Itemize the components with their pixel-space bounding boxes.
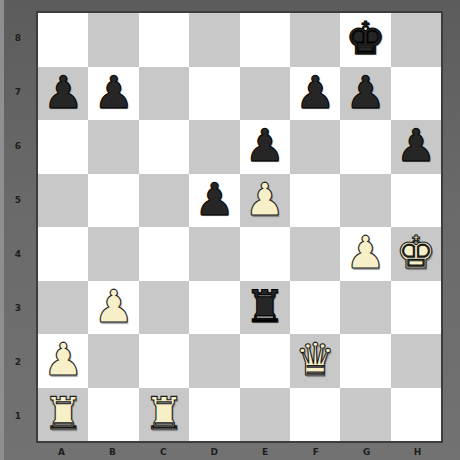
white-pawn[interactable]: ♟	[245, 177, 285, 222]
square-b5[interactable]	[88, 174, 138, 228]
square-e4[interactable]	[240, 227, 290, 281]
square-c1[interactable]: ♜	[139, 388, 189, 442]
square-b6[interactable]	[88, 120, 138, 174]
black-pawn[interactable]: ♟	[245, 123, 285, 168]
square-h2[interactable]	[391, 334, 441, 388]
square-d1[interactable]	[189, 388, 239, 442]
square-c3[interactable]	[139, 281, 189, 335]
black-rook[interactable]: ♜	[245, 284, 285, 329]
square-h3[interactable]	[391, 281, 441, 335]
square-a7[interactable]: ♟	[38, 67, 88, 121]
square-b2[interactable]	[88, 334, 138, 388]
square-e3[interactable]: ♜	[240, 281, 290, 335]
square-f7[interactable]: ♟	[290, 67, 340, 121]
rank-label-1: 1	[2, 389, 34, 443]
square-c8[interactable]	[139, 13, 189, 67]
square-d6[interactable]	[189, 120, 239, 174]
square-h8[interactable]	[391, 13, 441, 67]
file-label-c: C	[138, 444, 189, 460]
square-g3[interactable]	[340, 281, 390, 335]
square-g2[interactable]	[340, 334, 390, 388]
square-c7[interactable]	[139, 67, 189, 121]
square-d7[interactable]	[189, 67, 239, 121]
white-rook[interactable]: ♜	[43, 391, 83, 436]
square-c6[interactable]	[139, 120, 189, 174]
square-f4[interactable]	[290, 227, 340, 281]
file-label-e: E	[240, 444, 291, 460]
square-f1[interactable]	[290, 388, 340, 442]
square-a3[interactable]	[38, 281, 88, 335]
white-king[interactable]: ♚	[396, 230, 436, 275]
square-c2[interactable]	[139, 334, 189, 388]
black-king[interactable]: ♚	[345, 16, 385, 61]
square-b4[interactable]	[88, 227, 138, 281]
square-f2[interactable]: ♛	[290, 334, 340, 388]
square-d4[interactable]	[189, 227, 239, 281]
square-f5[interactable]	[290, 174, 340, 228]
square-a6[interactable]	[38, 120, 88, 174]
black-pawn[interactable]: ♟	[345, 70, 385, 115]
square-h1[interactable]	[391, 388, 441, 442]
white-queen[interactable]: ♛	[295, 337, 335, 382]
black-pawn[interactable]: ♟	[396, 123, 436, 168]
square-a2[interactable]: ♟	[38, 334, 88, 388]
square-g5[interactable]	[340, 174, 390, 228]
square-e7[interactable]	[240, 67, 290, 121]
black-pawn[interactable]: ♟	[93, 70, 133, 115]
square-e2[interactable]	[240, 334, 290, 388]
square-a4[interactable]	[38, 227, 88, 281]
white-pawn[interactable]: ♟	[43, 337, 83, 382]
square-h6[interactable]: ♟	[391, 120, 441, 174]
square-h7[interactable]	[391, 67, 441, 121]
file-label-f: F	[290, 444, 341, 460]
file-label-h: H	[392, 444, 443, 460]
rank-label-4: 4	[2, 227, 34, 281]
square-d5[interactable]: ♟	[189, 174, 239, 228]
file-label-a: A	[36, 444, 87, 460]
square-e6[interactable]: ♟	[240, 120, 290, 174]
file-label-d: D	[189, 444, 240, 460]
square-d3[interactable]	[189, 281, 239, 335]
square-f3[interactable]	[290, 281, 340, 335]
square-g6[interactable]	[340, 120, 390, 174]
rank-label-8: 8	[2, 11, 34, 65]
square-f8[interactable]	[290, 13, 340, 67]
square-h5[interactable]	[391, 174, 441, 228]
square-e5[interactable]: ♟	[240, 174, 290, 228]
square-a8[interactable]	[38, 13, 88, 67]
black-pawn[interactable]: ♟	[194, 177, 234, 222]
square-c5[interactable]	[139, 174, 189, 228]
chess-diagram: ♚♟♟♟♟♟♟♟♟♟♚♟♜♟♛♜♜ 87654321 ABCDEFGH	[0, 0, 460, 460]
square-g8[interactable]: ♚	[340, 13, 390, 67]
black-pawn[interactable]: ♟	[43, 70, 83, 115]
rank-label-5: 5	[2, 173, 34, 227]
square-b3[interactable]: ♟	[88, 281, 138, 335]
square-e1[interactable]	[240, 388, 290, 442]
white-pawn[interactable]: ♟	[345, 230, 385, 275]
square-g7[interactable]: ♟	[340, 67, 390, 121]
square-a5[interactable]	[38, 174, 88, 228]
chess-board: ♚♟♟♟♟♟♟♟♟♟♚♟♜♟♛♜♜	[36, 11, 443, 443]
file-label-g: G	[341, 444, 392, 460]
square-b7[interactable]: ♟	[88, 67, 138, 121]
rank-label-3: 3	[2, 281, 34, 335]
square-e8[interactable]	[240, 13, 290, 67]
rank-label-7: 7	[2, 65, 34, 119]
square-h4[interactable]: ♚	[391, 227, 441, 281]
square-d8[interactable]	[189, 13, 239, 67]
white-rook[interactable]: ♜	[144, 391, 184, 436]
square-a1[interactable]: ♜	[38, 388, 88, 442]
square-c4[interactable]	[139, 227, 189, 281]
square-g1[interactable]	[340, 388, 390, 442]
file-label-b: B	[87, 444, 138, 460]
rank-label-6: 6	[2, 119, 34, 173]
square-d2[interactable]	[189, 334, 239, 388]
square-g4[interactable]: ♟	[340, 227, 390, 281]
square-f6[interactable]	[290, 120, 340, 174]
white-pawn[interactable]: ♟	[93, 284, 133, 329]
rank-label-2: 2	[2, 335, 34, 389]
square-b1[interactable]	[88, 388, 138, 442]
black-pawn[interactable]: ♟	[295, 70, 335, 115]
square-b8[interactable]	[88, 13, 138, 67]
